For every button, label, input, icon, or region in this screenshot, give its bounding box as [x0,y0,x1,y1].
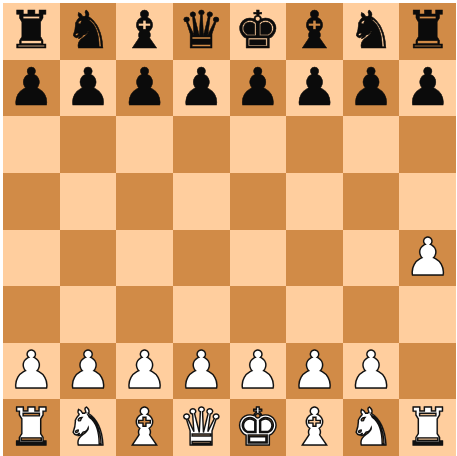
square-b1[interactable]: ♞ [60,399,117,456]
square-d7[interactable]: ♟ [173,60,230,117]
square-b4[interactable] [60,230,117,287]
square-f4[interactable] [286,230,343,287]
square-b5[interactable] [60,173,117,230]
square-e2[interactable]: ♟ [230,343,287,400]
square-e7[interactable]: ♟ [230,60,287,117]
black-rook[interactable]: ♜ [8,4,55,56]
square-c1[interactable]: ♝ [116,399,173,456]
square-g4[interactable] [343,230,400,287]
white-knight[interactable]: ♞ [65,401,112,453]
white-pawn[interactable]: ♟ [65,344,112,396]
square-c8[interactable]: ♝ [116,3,173,60]
square-f2[interactable]: ♟ [286,343,343,400]
square-e8[interactable]: ♚ [230,3,287,60]
white-pawn[interactable]: ♟ [235,344,282,396]
square-a7[interactable]: ♟ [3,60,60,117]
square-f5[interactable] [286,173,343,230]
square-f8[interactable]: ♝ [286,3,343,60]
square-h8[interactable]: ♜ [399,3,456,60]
square-a6[interactable] [3,116,60,173]
black-knight[interactable]: ♞ [65,4,112,56]
black-rook[interactable]: ♜ [404,4,451,56]
black-queen[interactable]: ♛ [178,4,225,56]
square-h6[interactable] [399,116,456,173]
square-h2[interactable] [399,343,456,400]
square-d8[interactable]: ♛ [173,3,230,60]
square-a3[interactable] [3,286,60,343]
square-e1[interactable]: ♚ [230,399,287,456]
square-a1[interactable]: ♜ [3,399,60,456]
square-g5[interactable] [343,173,400,230]
square-h3[interactable] [399,286,456,343]
square-d4[interactable] [173,230,230,287]
square-f3[interactable] [286,286,343,343]
white-king[interactable]: ♚ [235,401,282,453]
square-d1[interactable]: ♛ [173,399,230,456]
square-d2[interactable]: ♟ [173,343,230,400]
square-a8[interactable]: ♜ [3,3,60,60]
square-g2[interactable]: ♟ [343,343,400,400]
square-e3[interactable] [230,286,287,343]
black-pawn[interactable]: ♟ [178,61,225,113]
square-c7[interactable]: ♟ [116,60,173,117]
square-f1[interactable]: ♝ [286,399,343,456]
black-bishop[interactable]: ♝ [121,4,168,56]
square-g3[interactable] [343,286,400,343]
white-pawn[interactable]: ♟ [291,344,338,396]
square-c2[interactable]: ♟ [116,343,173,400]
white-pawn[interactable]: ♟ [404,231,451,283]
square-h5[interactable] [399,173,456,230]
square-h1[interactable]: ♜ [399,399,456,456]
white-pawn[interactable]: ♟ [348,344,395,396]
square-g8[interactable]: ♞ [343,3,400,60]
square-h7[interactable]: ♟ [399,60,456,117]
black-pawn[interactable]: ♟ [121,61,168,113]
square-b8[interactable]: ♞ [60,3,117,60]
white-queen[interactable]: ♛ [178,401,225,453]
square-b6[interactable] [60,116,117,173]
square-b3[interactable] [60,286,117,343]
square-d5[interactable] [173,173,230,230]
square-e6[interactable] [230,116,287,173]
black-pawn[interactable]: ♟ [235,61,282,113]
square-d3[interactable] [173,286,230,343]
white-pawn[interactable]: ♟ [121,344,168,396]
square-c4[interactable] [116,230,173,287]
white-rook[interactable]: ♜ [8,401,55,453]
white-pawn[interactable]: ♟ [8,344,55,396]
white-pawn[interactable]: ♟ [178,344,225,396]
square-b2[interactable]: ♟ [60,343,117,400]
chess-board: ♜♞♝♛♚♝♞♜♟♟♟♟♟♟♟♟♟♟♟♟♟♟♟♟♜♞♝♛♚♝♞♜ [3,3,456,456]
white-bishop[interactable]: ♝ [121,401,168,453]
square-b7[interactable]: ♟ [60,60,117,117]
square-c5[interactable] [116,173,173,230]
black-bishop[interactable]: ♝ [291,4,338,56]
white-bishop[interactable]: ♝ [291,401,338,453]
square-h4[interactable]: ♟ [399,230,456,287]
square-e5[interactable] [230,173,287,230]
square-e4[interactable] [230,230,287,287]
square-g6[interactable] [343,116,400,173]
black-king[interactable]: ♚ [235,4,282,56]
square-g1[interactable]: ♞ [343,399,400,456]
square-a4[interactable] [3,230,60,287]
white-knight[interactable]: ♞ [348,401,395,453]
square-a5[interactable] [3,173,60,230]
square-f6[interactable] [286,116,343,173]
square-c3[interactable] [116,286,173,343]
black-knight[interactable]: ♞ [348,4,395,56]
square-d6[interactable] [173,116,230,173]
black-pawn[interactable]: ♟ [291,61,338,113]
square-c6[interactable] [116,116,173,173]
square-g7[interactable]: ♟ [343,60,400,117]
black-pawn[interactable]: ♟ [65,61,112,113]
black-pawn[interactable]: ♟ [8,61,55,113]
black-pawn[interactable]: ♟ [348,61,395,113]
white-rook[interactable]: ♜ [404,401,451,453]
page: ♜♞♝♛♚♝♞♜♟♟♟♟♟♟♟♟♟♟♟♟♟♟♟♟♜♞♝♛♚♝♞♜ [0,0,457,456]
square-a2[interactable]: ♟ [3,343,60,400]
square-f7[interactable]: ♟ [286,60,343,117]
black-pawn[interactable]: ♟ [404,61,451,113]
